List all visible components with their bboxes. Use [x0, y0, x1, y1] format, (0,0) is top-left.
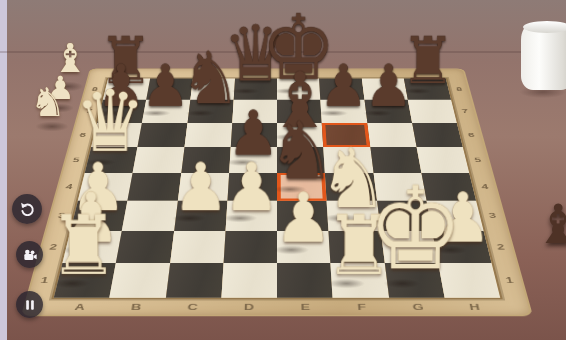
file-label-g: G [412, 302, 425, 313]
piece-glyph: ♚ [366, 172, 463, 286]
pause-button[interactable] [16, 291, 43, 318]
undo-icon [18, 200, 36, 218]
square-c1[interactable] [165, 263, 223, 298]
chess-board-3d: ♜♛♚♜♟♟♞♟♟♝♛♟♞♟♟♟♞♟♟♟♜♜♚ ABCDEFGH11223344… [21, 68, 533, 316]
board-grid: ♜♛♚♜♟♟♞♟♟♝♛♟♞♟♟♟♞♟♟♟♜♜♚ [54, 79, 500, 298]
file-label-e: E [300, 302, 310, 313]
rank-label-7-right: 7 [461, 108, 469, 115]
piece-glyph: ♟ [223, 154, 279, 220]
file-label-b: B [130, 302, 142, 313]
rank-label-2-right: 2 [496, 242, 506, 251]
captured-white-knight: ♞ [30, 82, 66, 122]
square-h7[interactable] [408, 100, 457, 123]
piece-glyph: ♟ [364, 57, 413, 115]
undo-button[interactable] [12, 194, 42, 224]
file-label-c: C [187, 302, 198, 313]
rank-label-1-right: 1 [504, 275, 514, 285]
file-label-h: H [468, 302, 480, 313]
square-c2[interactable] [170, 231, 226, 263]
piece-glyph: ♟ [172, 154, 228, 220]
square-b2[interactable] [116, 231, 174, 263]
chess-app-screen: { "game": "chess", "view": "3d-perspecti… [0, 0, 566, 340]
square-c6[interactable] [184, 123, 232, 147]
coffee-mug [521, 24, 566, 90]
piece-glyph: ♜ [49, 204, 120, 287]
square-d1[interactable] [221, 263, 277, 298]
file-label-f: F [357, 302, 367, 313]
rank-label-6-right: 6 [467, 131, 475, 138]
camera-button[interactable] [16, 241, 43, 268]
rank-label-5-right: 5 [474, 156, 483, 163]
square-h6[interactable] [412, 123, 463, 147]
rank-label-8-right: 8 [455, 86, 463, 92]
pause-icon [23, 298, 37, 312]
captured-black-bishop: ♝ [534, 198, 566, 252]
file-label-a: A [73, 302, 85, 313]
file-label-d: D [244, 302, 254, 313]
camera-icon [22, 247, 38, 263]
square-b3[interactable] [122, 201, 177, 231]
board-frame: ♜♛♚♜♟♟♞♟♟♝♛♟♞♟♟♟♞♟♟♟♜♜♚ ABCDEFGH11223344… [21, 68, 533, 316]
